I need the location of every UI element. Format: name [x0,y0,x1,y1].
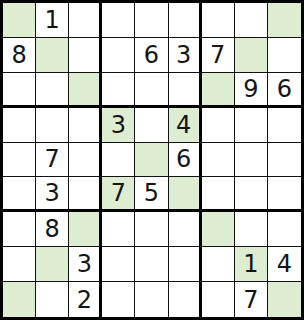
cell-r7c4[interactable] [102,212,135,247]
cell-r3c7[interactable] [202,73,235,108]
cell-r9c1[interactable] [3,282,36,317]
cell-r7c9[interactable] [268,212,301,247]
cell-r8c3-given[interactable]: 3 [69,247,102,282]
cell-r8c4[interactable] [102,247,135,282]
cell-r2c6-given[interactable]: 3 [169,38,202,73]
cell-r7c6[interactable] [169,212,202,247]
cell-r9c3-given[interactable]: 2 [69,282,102,317]
cell-r6c5-given[interactable]: 5 [135,177,168,212]
cell-r1c2-given[interactable]: 1 [36,3,69,38]
cell-r3c6[interactable] [169,73,202,108]
sudoku-board: 18637963476375831427 [0,0,304,320]
cell-r7c2-given[interactable]: 8 [36,212,69,247]
cell-r3c4[interactable] [102,73,135,108]
cell-r4c9[interactable] [268,108,301,143]
cell-r7c1[interactable] [3,212,36,247]
cell-r6c3[interactable] [69,177,102,212]
cell-r8c2[interactable] [36,247,69,282]
cell-r9c9[interactable] [268,282,301,317]
cell-r9c5[interactable] [135,282,168,317]
cell-r3c9-given[interactable]: 6 [268,73,301,108]
cell-r1c3[interactable] [69,3,102,38]
cell-r6c8[interactable] [235,177,268,212]
cell-r3c3[interactable] [69,73,102,108]
cell-r9c8-given[interactable]: 7 [235,282,268,317]
cell-r5c6-given[interactable]: 6 [169,143,202,178]
cell-r5c8[interactable] [235,143,268,178]
cell-r1c5[interactable] [135,3,168,38]
cell-r8c1[interactable] [3,247,36,282]
cell-r9c7[interactable] [202,282,235,317]
cell-r2c2[interactable] [36,38,69,73]
cell-r8c6[interactable] [169,247,202,282]
cell-r6c6[interactable] [169,177,202,212]
cell-r6c1[interactable] [3,177,36,212]
cell-r5c9[interactable] [268,143,301,178]
cell-r7c3[interactable] [69,212,102,247]
cell-r5c3[interactable] [69,143,102,178]
cell-r2c3[interactable] [69,38,102,73]
cell-r2c5-given[interactable]: 6 [135,38,168,73]
cell-r2c9[interactable] [268,38,301,73]
cell-r3c5[interactable] [135,73,168,108]
cell-r6c2-given[interactable]: 3 [36,177,69,212]
cell-r3c2[interactable] [36,73,69,108]
cell-r3c1[interactable] [3,73,36,108]
cell-r1c4[interactable] [102,3,135,38]
cell-r2c8[interactable] [235,38,268,73]
cell-r7c7[interactable] [202,212,235,247]
cell-r5c7[interactable] [202,143,235,178]
cell-r1c7[interactable] [202,3,235,38]
cell-r7c8[interactable] [235,212,268,247]
cell-r5c5[interactable] [135,143,168,178]
cell-r1c1[interactable] [3,3,36,38]
cell-r4c6-given[interactable]: 4 [169,108,202,143]
cell-r9c2[interactable] [36,282,69,317]
cell-r4c5[interactable] [135,108,168,143]
cell-r8c5[interactable] [135,247,168,282]
cell-r4c4-given[interactable]: 3 [102,108,135,143]
cell-r2c4[interactable] [102,38,135,73]
cell-r4c8[interactable] [235,108,268,143]
cell-r2c7-given[interactable]: 7 [202,38,235,73]
cell-r8c7[interactable] [202,247,235,282]
cell-r7c5[interactable] [135,212,168,247]
cell-r4c2[interactable] [36,108,69,143]
cell-r9c6[interactable] [169,282,202,317]
cell-r1c8[interactable] [235,3,268,38]
cell-r4c7[interactable] [202,108,235,143]
cell-r6c9[interactable] [268,177,301,212]
cell-r8c9-given[interactable]: 4 [268,247,301,282]
cell-r6c7[interactable] [202,177,235,212]
cell-r5c2-given[interactable]: 7 [36,143,69,178]
cell-r6c4-given[interactable]: 7 [102,177,135,212]
cell-r4c3[interactable] [69,108,102,143]
cell-r8c8-given[interactable]: 1 [235,247,268,282]
cell-r5c1[interactable] [3,143,36,178]
cell-r1c9[interactable] [268,3,301,38]
cell-r9c4[interactable] [102,282,135,317]
cell-r5c4[interactable] [102,143,135,178]
cell-r1c6[interactable] [169,3,202,38]
cell-r3c8-given[interactable]: 9 [235,73,268,108]
cell-r4c1[interactable] [3,108,36,143]
cell-r2c1-given[interactable]: 8 [3,38,36,73]
